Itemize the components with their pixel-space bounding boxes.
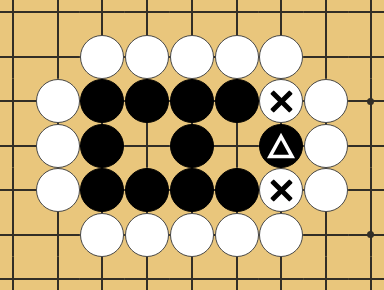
intersection[interactable] [80, 0, 125, 34]
black-stone [170, 124, 214, 168]
intersection[interactable] [125, 212, 170, 257]
intersection[interactable] [35, 168, 80, 213]
intersection[interactable] [304, 257, 349, 290]
cross-mark-icon [260, 80, 302, 122]
intersection[interactable] [214, 123, 259, 168]
white-stone [259, 79, 303, 123]
cross-mark-icon [260, 169, 302, 211]
intersection[interactable] [349, 79, 384, 124]
intersection[interactable] [259, 212, 304, 257]
black-stone [80, 79, 124, 123]
intersection[interactable] [125, 123, 170, 168]
black-stone [125, 168, 169, 212]
intersection[interactable] [214, 34, 259, 79]
intersection[interactable] [259, 34, 304, 79]
white-stone [304, 124, 348, 168]
intersection[interactable] [349, 212, 384, 257]
intersection[interactable] [35, 34, 80, 79]
intersection[interactable] [259, 0, 304, 34]
intersection[interactable] [214, 212, 259, 257]
white-stone [36, 168, 80, 212]
go-board-grid [0, 0, 384, 290]
intersection[interactable] [214, 168, 259, 213]
intersection[interactable] [259, 168, 304, 213]
intersection[interactable] [304, 212, 349, 257]
intersection[interactable] [170, 212, 215, 257]
white-stone [304, 79, 348, 123]
black-stone [259, 124, 303, 168]
intersection[interactable] [349, 168, 384, 213]
intersection[interactable] [80, 34, 125, 79]
intersection[interactable] [0, 212, 35, 257]
intersection[interactable] [170, 257, 215, 290]
white-stone [259, 213, 303, 257]
go-board-diagram [0, 0, 384, 290]
white-stone [170, 35, 214, 79]
black-stone [80, 168, 124, 212]
white-stone [215, 35, 259, 79]
white-stone [259, 35, 303, 79]
intersection[interactable] [304, 0, 349, 34]
black-stone [80, 124, 124, 168]
black-stone [170, 79, 214, 123]
white-stone [170, 213, 214, 257]
intersection[interactable] [80, 123, 125, 168]
intersection[interactable] [304, 79, 349, 124]
intersection[interactable] [80, 168, 125, 213]
intersection[interactable] [170, 168, 215, 213]
black-stone [125, 79, 169, 123]
intersection[interactable] [349, 0, 384, 34]
intersection[interactable] [35, 257, 80, 290]
intersection[interactable] [35, 0, 80, 34]
intersection[interactable] [170, 79, 215, 124]
intersection[interactable] [80, 79, 125, 124]
intersection[interactable] [304, 123, 349, 168]
intersection[interactable] [125, 34, 170, 79]
intersection[interactable] [80, 257, 125, 290]
intersection[interactable] [214, 0, 259, 34]
intersection[interactable] [125, 168, 170, 213]
intersection[interactable] [0, 34, 35, 79]
intersection[interactable] [125, 257, 170, 290]
intersection[interactable] [125, 0, 170, 34]
intersection[interactable] [35, 123, 80, 168]
triangle-mark-icon [260, 125, 302, 167]
intersection[interactable] [170, 123, 215, 168]
intersection[interactable] [170, 0, 215, 34]
intersection[interactable] [259, 79, 304, 124]
intersection[interactable] [214, 257, 259, 290]
black-stone [215, 79, 259, 123]
black-stone [170, 168, 214, 212]
star-point [367, 231, 374, 238]
intersection[interactable] [259, 257, 304, 290]
intersection[interactable] [170, 34, 215, 79]
black-stone [215, 168, 259, 212]
white-stone [80, 35, 124, 79]
intersection[interactable] [0, 257, 35, 290]
white-stone [80, 213, 124, 257]
star-point [367, 98, 374, 105]
white-stone [125, 213, 169, 257]
intersection[interactable] [304, 34, 349, 79]
intersection[interactable] [35, 212, 80, 257]
intersection[interactable] [125, 79, 170, 124]
intersection[interactable] [0, 79, 35, 124]
white-stone [36, 79, 80, 123]
intersection[interactable] [349, 34, 384, 79]
white-stone [125, 35, 169, 79]
intersection[interactable] [349, 123, 384, 168]
intersection[interactable] [0, 168, 35, 213]
white-stone [259, 168, 303, 212]
white-stone [215, 213, 259, 257]
white-stone [36, 124, 80, 168]
intersection[interactable] [35, 79, 80, 124]
white-stone [304, 168, 348, 212]
intersection[interactable] [0, 123, 35, 168]
intersection[interactable] [214, 79, 259, 124]
intersection[interactable] [259, 123, 304, 168]
intersection[interactable] [349, 257, 384, 290]
intersection[interactable] [304, 168, 349, 213]
intersection[interactable] [0, 0, 35, 34]
intersection[interactable] [80, 212, 125, 257]
